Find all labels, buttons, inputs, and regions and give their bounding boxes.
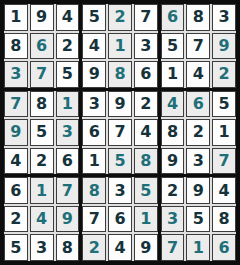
cell-r4c9[interactable]: 5 bbox=[212, 91, 236, 118]
box-2: 527413986 bbox=[82, 4, 157, 88]
cell-r7c5[interactable]: 3 bbox=[108, 177, 132, 204]
cell-r3c4[interactable]: 9 bbox=[82, 61, 106, 88]
cell-r6c1[interactable]: 4 bbox=[4, 148, 28, 175]
cell-r2c2[interactable]: 6 bbox=[30, 33, 54, 60]
cell-r8c2[interactable]: 4 bbox=[30, 206, 54, 233]
cell-r5c2[interactable]: 5 bbox=[30, 119, 54, 146]
cell-r1c9[interactable]: 3 bbox=[212, 4, 236, 31]
cell-r5c7[interactable]: 8 bbox=[161, 119, 185, 146]
box-9: 294358716 bbox=[161, 177, 236, 261]
cell-r8c7[interactable]: 3 bbox=[161, 206, 185, 233]
box-6: 465821937 bbox=[161, 91, 236, 175]
cell-r9c1[interactable]: 5 bbox=[4, 234, 28, 261]
cell-r2c9[interactable]: 9 bbox=[212, 33, 236, 60]
cell-r3c2[interactable]: 7 bbox=[30, 61, 54, 88]
cell-r5c3[interactable]: 3 bbox=[56, 119, 80, 146]
cell-r4c7[interactable]: 4 bbox=[161, 91, 185, 118]
cell-r9c3[interactable]: 8 bbox=[56, 234, 80, 261]
cell-r8c1[interactable]: 2 bbox=[4, 206, 28, 233]
cell-r2c8[interactable]: 7 bbox=[186, 33, 210, 60]
cell-r1c3[interactable]: 4 bbox=[56, 4, 80, 31]
cell-r6c6[interactable]: 8 bbox=[134, 148, 158, 175]
cell-r4c2[interactable]: 8 bbox=[30, 91, 54, 118]
cell-r6c7[interactable]: 9 bbox=[161, 148, 185, 175]
cell-r3c3[interactable]: 5 bbox=[56, 61, 80, 88]
cell-r1c5[interactable]: 2 bbox=[108, 4, 132, 31]
cell-r9c8[interactable]: 1 bbox=[186, 234, 210, 261]
cell-r9c9[interactable]: 6 bbox=[212, 234, 236, 261]
cell-r8c4[interactable]: 7 bbox=[82, 206, 106, 233]
cell-r7c2[interactable]: 1 bbox=[30, 177, 54, 204]
cell-r7c1[interactable]: 6 bbox=[4, 177, 28, 204]
cell-r9c6[interactable]: 9 bbox=[134, 234, 158, 261]
cell-r4c8[interactable]: 6 bbox=[186, 91, 210, 118]
sudoku-board: 1948623755274139866835791427819534263926… bbox=[0, 0, 240, 265]
cell-r5c8[interactable]: 2 bbox=[186, 119, 210, 146]
cell-r3c6[interactable]: 6 bbox=[134, 61, 158, 88]
cell-r6c5[interactable]: 5 bbox=[108, 148, 132, 175]
cell-r9c2[interactable]: 3 bbox=[30, 234, 54, 261]
cell-r6c8[interactable]: 3 bbox=[186, 148, 210, 175]
cell-r8c9[interactable]: 8 bbox=[212, 206, 236, 233]
cell-r6c4[interactable]: 1 bbox=[82, 148, 106, 175]
box-4: 781953426 bbox=[4, 91, 79, 175]
cell-r7c6[interactable]: 5 bbox=[134, 177, 158, 204]
cell-r2c6[interactable]: 3 bbox=[134, 33, 158, 60]
cell-r6c3[interactable]: 6 bbox=[56, 148, 80, 175]
cell-r2c4[interactable]: 4 bbox=[82, 33, 106, 60]
cell-r5c5[interactable]: 7 bbox=[108, 119, 132, 146]
cell-r2c5[interactable]: 1 bbox=[108, 33, 132, 60]
cell-r8c3[interactable]: 9 bbox=[56, 206, 80, 233]
cell-r1c1[interactable]: 1 bbox=[4, 4, 28, 31]
box-1: 194862375 bbox=[4, 4, 79, 88]
box-3: 683579142 bbox=[161, 4, 236, 88]
box-5: 392674158 bbox=[82, 91, 157, 175]
cell-r4c6[interactable]: 2 bbox=[134, 91, 158, 118]
cell-r7c3[interactable]: 7 bbox=[56, 177, 80, 204]
cell-r1c8[interactable]: 8 bbox=[186, 4, 210, 31]
cell-r3c1[interactable]: 3 bbox=[4, 61, 28, 88]
cell-r5c4[interactable]: 6 bbox=[82, 119, 106, 146]
cell-r5c1[interactable]: 9 bbox=[4, 119, 28, 146]
cell-r2c3[interactable]: 2 bbox=[56, 33, 80, 60]
cell-r8c5[interactable]: 6 bbox=[108, 206, 132, 233]
cell-r7c7[interactable]: 2 bbox=[161, 177, 185, 204]
cell-r7c8[interactable]: 9 bbox=[186, 177, 210, 204]
cell-r7c9[interactable]: 4 bbox=[212, 177, 236, 204]
cell-r4c1[interactable]: 7 bbox=[4, 91, 28, 118]
cell-r4c5[interactable]: 9 bbox=[108, 91, 132, 118]
cell-r1c6[interactable]: 7 bbox=[134, 4, 158, 31]
cell-r1c2[interactable]: 9 bbox=[30, 4, 54, 31]
cell-r2c1[interactable]: 8 bbox=[4, 33, 28, 60]
cell-r3c8[interactable]: 4 bbox=[186, 61, 210, 88]
cell-r7c4[interactable]: 8 bbox=[82, 177, 106, 204]
box-8: 835761249 bbox=[82, 177, 157, 261]
cell-r3c9[interactable]: 2 bbox=[212, 61, 236, 88]
cell-r4c3[interactable]: 1 bbox=[56, 91, 80, 118]
cell-r5c9[interactable]: 1 bbox=[212, 119, 236, 146]
cell-r9c7[interactable]: 7 bbox=[161, 234, 185, 261]
cell-r4c4[interactable]: 3 bbox=[82, 91, 106, 118]
cell-r3c5[interactable]: 8 bbox=[108, 61, 132, 88]
cell-r1c7[interactable]: 6 bbox=[161, 4, 185, 31]
cell-r8c6[interactable]: 1 bbox=[134, 206, 158, 233]
cell-r1c4[interactable]: 5 bbox=[82, 4, 106, 31]
cell-r8c8[interactable]: 5 bbox=[186, 206, 210, 233]
cell-r9c5[interactable]: 4 bbox=[108, 234, 132, 261]
cell-r9c4[interactable]: 2 bbox=[82, 234, 106, 261]
cell-r6c9[interactable]: 7 bbox=[212, 148, 236, 175]
cell-r5c6[interactable]: 4 bbox=[134, 119, 158, 146]
cell-r3c7[interactable]: 1 bbox=[161, 61, 185, 88]
box-7: 617249538 bbox=[4, 177, 79, 261]
cell-r6c2[interactable]: 2 bbox=[30, 148, 54, 175]
cell-r2c7[interactable]: 5 bbox=[161, 33, 185, 60]
